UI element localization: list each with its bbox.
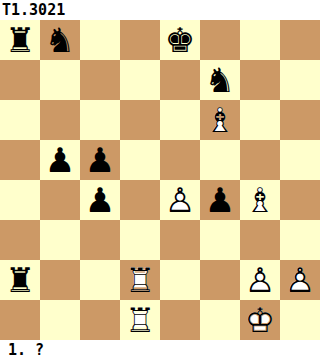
- square-f1[interactable]: [200, 300, 240, 340]
- black-pawn[interactable]: ♟: [200, 180, 240, 220]
- square-d6[interactable]: [120, 100, 160, 140]
- white-pawn[interactable]: ♟♙: [160, 180, 200, 220]
- chess-board: ♜♞♚♞♝♗♟♟♟♟♙♟♝♗♜♜♖♟♙♟♙♜♖♚♔: [0, 20, 320, 340]
- square-c6[interactable]: [80, 100, 120, 140]
- square-b2[interactable]: [40, 260, 80, 300]
- square-e4[interactable]: ♟♙: [160, 180, 200, 220]
- piece-outline: ♙: [280, 260, 320, 300]
- move-prompt: 1. ?: [0, 340, 320, 360]
- square-h3[interactable]: [280, 220, 320, 260]
- piece-outline: ♙: [160, 180, 200, 220]
- square-c1[interactable]: [80, 300, 120, 340]
- square-a4[interactable]: [0, 180, 40, 220]
- square-e7[interactable]: [160, 60, 200, 100]
- square-d7[interactable]: [120, 60, 160, 100]
- square-f5[interactable]: [200, 140, 240, 180]
- square-h4[interactable]: [280, 180, 320, 220]
- square-e6[interactable]: [160, 100, 200, 140]
- black-pawn[interactable]: ♟: [80, 180, 120, 220]
- black-knight[interactable]: ♞: [40, 20, 80, 60]
- square-d1[interactable]: ♜♖: [120, 300, 160, 340]
- square-f7[interactable]: ♞: [200, 60, 240, 100]
- square-a6[interactable]: [0, 100, 40, 140]
- square-g4[interactable]: ♝♗: [240, 180, 280, 220]
- square-b7[interactable]: [40, 60, 80, 100]
- square-h6[interactable]: [280, 100, 320, 140]
- square-g7[interactable]: [240, 60, 280, 100]
- square-e3[interactable]: [160, 220, 200, 260]
- square-g6[interactable]: [240, 100, 280, 140]
- square-b3[interactable]: [40, 220, 80, 260]
- white-rook[interactable]: ♜♖: [120, 300, 160, 340]
- piece-outline: ♙: [240, 260, 280, 300]
- black-pawn[interactable]: ♟: [80, 140, 120, 180]
- piece-outline: ♖: [120, 300, 160, 340]
- square-c8[interactable]: [80, 20, 120, 60]
- square-a3[interactable]: [0, 220, 40, 260]
- square-d8[interactable]: [120, 20, 160, 60]
- square-d3[interactable]: [120, 220, 160, 260]
- square-b4[interactable]: [40, 180, 80, 220]
- piece-outline: ♖: [120, 260, 160, 300]
- white-pawn[interactable]: ♟♙: [240, 260, 280, 300]
- square-e2[interactable]: [160, 260, 200, 300]
- square-f6[interactable]: ♝♗: [200, 100, 240, 140]
- square-c5[interactable]: ♟: [80, 140, 120, 180]
- square-a7[interactable]: [0, 60, 40, 100]
- square-d2[interactable]: ♜♖: [120, 260, 160, 300]
- square-f4[interactable]: ♟: [200, 180, 240, 220]
- square-g5[interactable]: [240, 140, 280, 180]
- piece-outline: ♗: [240, 180, 280, 220]
- square-b5[interactable]: ♟: [40, 140, 80, 180]
- black-rook[interactable]: ♜: [0, 20, 40, 60]
- square-h2[interactable]: ♟♙: [280, 260, 320, 300]
- square-g1[interactable]: ♚♔: [240, 300, 280, 340]
- black-rook[interactable]: ♜: [0, 260, 40, 300]
- square-h5[interactable]: [280, 140, 320, 180]
- piece-outline: ♔: [240, 300, 280, 340]
- white-bishop[interactable]: ♝♗: [200, 100, 240, 140]
- black-pawn[interactable]: ♟: [40, 140, 80, 180]
- square-h1[interactable]: [280, 300, 320, 340]
- square-e5[interactable]: [160, 140, 200, 180]
- square-a5[interactable]: [0, 140, 40, 180]
- square-f3[interactable]: [200, 220, 240, 260]
- square-a1[interactable]: [0, 300, 40, 340]
- square-g3[interactable]: [240, 220, 280, 260]
- square-c2[interactable]: [80, 260, 120, 300]
- square-c3[interactable]: [80, 220, 120, 260]
- black-knight[interactable]: ♞: [200, 60, 240, 100]
- square-h8[interactable]: [280, 20, 320, 60]
- black-king[interactable]: ♚: [160, 20, 200, 60]
- square-b1[interactable]: [40, 300, 80, 340]
- square-d5[interactable]: [120, 140, 160, 180]
- white-king[interactable]: ♚♔: [240, 300, 280, 340]
- square-c4[interactable]: ♟: [80, 180, 120, 220]
- piece-outline: ♗: [200, 100, 240, 140]
- white-bishop[interactable]: ♝♗: [240, 180, 280, 220]
- white-rook[interactable]: ♜♖: [120, 260, 160, 300]
- square-a8[interactable]: ♜: [0, 20, 40, 60]
- chess-puzzle-app: T1.3021 ♜♞♚♞♝♗♟♟♟♟♙♟♝♗♜♜♖♟♙♟♙♜♖♚♔ 1. ?: [0, 0, 320, 360]
- square-e8[interactable]: ♚: [160, 20, 200, 60]
- square-d4[interactable]: [120, 180, 160, 220]
- square-h7[interactable]: [280, 60, 320, 100]
- square-e1[interactable]: [160, 300, 200, 340]
- square-b6[interactable]: [40, 100, 80, 140]
- square-f2[interactable]: [200, 260, 240, 300]
- square-f8[interactable]: [200, 20, 240, 60]
- square-b8[interactable]: ♞: [40, 20, 80, 60]
- puzzle-title: T1.3021: [0, 0, 320, 20]
- white-pawn[interactable]: ♟♙: [280, 260, 320, 300]
- square-g2[interactable]: ♟♙: [240, 260, 280, 300]
- square-g8[interactable]: [240, 20, 280, 60]
- square-a2[interactable]: ♜: [0, 260, 40, 300]
- square-c7[interactable]: [80, 60, 120, 100]
